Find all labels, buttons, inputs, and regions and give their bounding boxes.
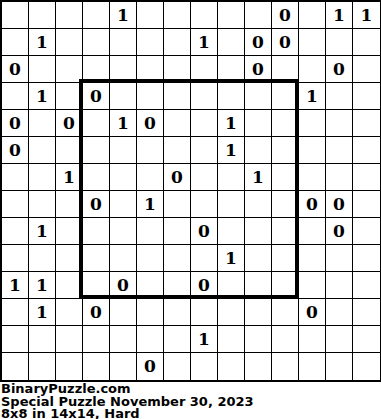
cell-r10-c8[interactable]: [218, 272, 245, 299]
cell-r2-c6[interactable]: [164, 56, 191, 83]
cell-r5-c0: 0: [2, 137, 29, 164]
cell-r12-c3[interactable]: [83, 326, 110, 353]
cell-r7-c10[interactable]: [272, 191, 299, 218]
cell-r8-c1: 1: [29, 218, 56, 245]
cell-r12-c13[interactable]: [353, 326, 380, 353]
cell-r2-c12: 0: [326, 56, 353, 83]
cell-r5-c10[interactable]: [272, 137, 299, 164]
cell-r9-c11[interactable]: [299, 245, 326, 272]
cell-r8-c11[interactable]: [299, 218, 326, 245]
cell-r3-c11: 1: [299, 83, 326, 110]
cell-r11-c12[interactable]: [326, 299, 353, 326]
cell-r11-c2[interactable]: [56, 299, 83, 326]
cell-r10-c4: 0: [110, 272, 137, 299]
cell-r6-c8[interactable]: [218, 164, 245, 191]
cell-r6-c9: 1: [245, 164, 272, 191]
cell-r7-c4[interactable]: [110, 191, 137, 218]
cell-r1-c1: 1: [29, 29, 56, 56]
cell-r2-c3[interactable]: [83, 56, 110, 83]
cell-r0-c4: 1: [110, 2, 137, 29]
cell-r2-c11[interactable]: [299, 56, 326, 83]
cell-r8-c2[interactable]: [56, 218, 83, 245]
cell-r10-c3[interactable]: [83, 272, 110, 299]
cell-r10-c2[interactable]: [56, 272, 83, 299]
cell-r9-c8: 1: [218, 245, 245, 272]
cell-r1-c13[interactable]: [353, 29, 380, 56]
cell-r10-c6[interactable]: [164, 272, 191, 299]
cell-r9-c1[interactable]: [29, 245, 56, 272]
cell-r5-c3[interactable]: [83, 137, 110, 164]
cell-r2-c10[interactable]: [272, 56, 299, 83]
cell-r12-c6[interactable]: [164, 326, 191, 353]
cell-r6-c5[interactable]: [137, 164, 164, 191]
cell-r5-c4[interactable]: [110, 137, 137, 164]
cell-r13-c12[interactable]: [326, 353, 353, 380]
cell-r9-c12[interactable]: [326, 245, 353, 272]
cell-r11-c7[interactable]: [191, 299, 218, 326]
cell-r2-c13[interactable]: [353, 56, 380, 83]
cell-r10-c13[interactable]: [353, 272, 380, 299]
cell-r7-c1[interactable]: [29, 191, 56, 218]
footer: BinaryPuzzle.com Special Puzzle November…: [0, 382, 381, 419]
cell-r0-c13: 1: [353, 2, 380, 29]
cell-r13-c0[interactable]: [2, 353, 29, 380]
cell-r11-c13[interactable]: [353, 299, 380, 326]
cell-r0-c11[interactable]: [299, 2, 326, 29]
cell-r0-c8[interactable]: [218, 2, 245, 29]
cell-r0-c3[interactable]: [83, 2, 110, 29]
cell-r3-c10[interactable]: [272, 83, 299, 110]
cell-r2-c4[interactable]: [110, 56, 137, 83]
cell-r11-c6[interactable]: [164, 299, 191, 326]
cell-r5-c9[interactable]: [245, 137, 272, 164]
cell-r3-c1: 1: [29, 83, 56, 110]
cell-r13-c11[interactable]: [299, 353, 326, 380]
cell-r9-c9[interactable]: [245, 245, 272, 272]
cell-r10-c0: 1: [2, 272, 29, 299]
cell-r0-c2[interactable]: [56, 2, 83, 29]
cell-r5-c2[interactable]: [56, 137, 83, 164]
cell-r8-c3[interactable]: [83, 218, 110, 245]
cell-r9-c7[interactable]: [191, 245, 218, 272]
cell-r4-c5: 0: [137, 110, 164, 137]
cell-r3-c7[interactable]: [191, 83, 218, 110]
cell-r6-c7[interactable]: [191, 164, 218, 191]
cell-r9-c5[interactable]: [137, 245, 164, 272]
cell-r1-c2[interactable]: [56, 29, 83, 56]
cell-r7-c11: 0: [299, 191, 326, 218]
cell-r13-c5: 0: [137, 353, 164, 380]
cell-r5-c6[interactable]: [164, 137, 191, 164]
cell-r7-c3: 0: [83, 191, 110, 218]
cell-r2-c8[interactable]: [218, 56, 245, 83]
cell-r7-c7[interactable]: [191, 191, 218, 218]
cell-r4-c9[interactable]: [245, 110, 272, 137]
cell-r4-c13[interactable]: [353, 110, 380, 137]
cell-r13-c13[interactable]: [353, 353, 380, 380]
cell-r8-c6[interactable]: [164, 218, 191, 245]
cell-r3-c3: 0: [83, 83, 110, 110]
cell-r9-c6[interactable]: [164, 245, 191, 272]
cell-r13-c7[interactable]: [191, 353, 218, 380]
binary-puzzle-page: 1011110000010100101011010100100111001001…: [0, 0, 381, 419]
cell-r4-c2: 0: [56, 110, 83, 137]
cell-r8-c12: 0: [326, 218, 353, 245]
cell-r11-c11: 0: [299, 299, 326, 326]
cell-r5-c12[interactable]: [326, 137, 353, 164]
cell-r10-c9[interactable]: [245, 272, 272, 299]
cell-r11-c4[interactable]: [110, 299, 137, 326]
cell-r12-c10[interactable]: [272, 326, 299, 353]
cell-r3-c0[interactable]: [2, 83, 29, 110]
cell-r8-c5[interactable]: [137, 218, 164, 245]
cell-r11-c8[interactable]: [218, 299, 245, 326]
cell-r2-c1[interactable]: [29, 56, 56, 83]
cell-r11-c3: 0: [83, 299, 110, 326]
cell-r0-c5[interactable]: [137, 2, 164, 29]
cell-r8-c4[interactable]: [110, 218, 137, 245]
cell-r12-c0[interactable]: [2, 326, 29, 353]
board-container: 1011110000010100101011010100100111001001…: [0, 0, 381, 382]
board: 1011110000010100101011010100100111001001…: [0, 0, 381, 382]
cell-r1-c6[interactable]: [164, 29, 191, 56]
cell-r1-c10: 0: [272, 29, 299, 56]
cell-r9-c10[interactable]: [272, 245, 299, 272]
cell-r2-c2[interactable]: [56, 56, 83, 83]
cell-r3-c13[interactable]: [353, 83, 380, 110]
cell-r4-c1[interactable]: [29, 110, 56, 137]
cell-r6-c1[interactable]: [29, 164, 56, 191]
cell-r11-c9[interactable]: [245, 299, 272, 326]
cell-r5-c13[interactable]: [353, 137, 380, 164]
cell-r11-c10[interactable]: [272, 299, 299, 326]
cell-r6-c4[interactable]: [110, 164, 137, 191]
cell-r8-c0[interactable]: [2, 218, 29, 245]
cell-r4-c4: 1: [110, 110, 137, 137]
cell-r6-c10[interactable]: [272, 164, 299, 191]
cell-r13-c6[interactable]: [164, 353, 191, 380]
cell-r10-c11[interactable]: [299, 272, 326, 299]
cell-r5-c1[interactable]: [29, 137, 56, 164]
cell-r11-c1: 1: [29, 299, 56, 326]
cell-r12-c2[interactable]: [56, 326, 83, 353]
cell-r5-c8: 1: [218, 137, 245, 164]
cell-r9-c13[interactable]: [353, 245, 380, 272]
cell-r5-c7[interactable]: [191, 137, 218, 164]
cell-r1-c8[interactable]: [218, 29, 245, 56]
cell-r4-c10[interactable]: [272, 110, 299, 137]
cell-r8-c13[interactable]: [353, 218, 380, 245]
cell-r8-c8[interactable]: [218, 218, 245, 245]
cell-r4-c6[interactable]: [164, 110, 191, 137]
cell-r1-c9: 0: [245, 29, 272, 56]
cell-r3-c8[interactable]: [218, 83, 245, 110]
cell-r3-c9[interactable]: [245, 83, 272, 110]
cell-r9-c4[interactable]: [110, 245, 137, 272]
cell-r2-c7[interactable]: [191, 56, 218, 83]
cell-r13-c3[interactable]: [83, 353, 110, 380]
cell-r2-c9: 0: [245, 56, 272, 83]
cell-r7-c12: 0: [326, 191, 353, 218]
cell-r7-c5: 1: [137, 191, 164, 218]
cell-r8-c10[interactable]: [272, 218, 299, 245]
cell-r4-c11[interactable]: [299, 110, 326, 137]
cell-r7-c8[interactable]: [218, 191, 245, 218]
cell-r7-c0[interactable]: [2, 191, 29, 218]
cell-r13-c9[interactable]: [245, 353, 272, 380]
cell-r8-c7: 0: [191, 218, 218, 245]
cell-r7-c2[interactable]: [56, 191, 83, 218]
cell-r10-c12[interactable]: [326, 272, 353, 299]
cell-r13-c1[interactable]: [29, 353, 56, 380]
cell-r4-c0: 0: [2, 110, 29, 137]
cell-r10-c1: 1: [29, 272, 56, 299]
cell-r6-c3[interactable]: [83, 164, 110, 191]
cell-r13-c4[interactable]: [110, 353, 137, 380]
cell-r2-c5[interactable]: [137, 56, 164, 83]
cell-r2-c0: 0: [2, 56, 29, 83]
cell-r13-c10[interactable]: [272, 353, 299, 380]
cell-r3-c4[interactable]: [110, 83, 137, 110]
cell-r10-c10[interactable]: [272, 272, 299, 299]
cell-r6-c0[interactable]: [2, 164, 29, 191]
cell-r3-c6[interactable]: [164, 83, 191, 110]
cell-r0-c12: 1: [326, 2, 353, 29]
cell-r9-c0[interactable]: [2, 245, 29, 272]
cell-r7-c9[interactable]: [245, 191, 272, 218]
cell-r9-c2[interactable]: [56, 245, 83, 272]
cell-r10-c5[interactable]: [137, 272, 164, 299]
cell-r6-c2: 1: [56, 164, 83, 191]
cell-r1-c7: 1: [191, 29, 218, 56]
cell-r6-c6: 0: [164, 164, 191, 191]
cell-r12-c4[interactable]: [110, 326, 137, 353]
cell-r1-c11[interactable]: [299, 29, 326, 56]
cell-r3-c12[interactable]: [326, 83, 353, 110]
cell-r12-c1[interactable]: [29, 326, 56, 353]
cell-r3-c5[interactable]: [137, 83, 164, 110]
cell-r8-c9[interactable]: [245, 218, 272, 245]
cell-r1-c3[interactable]: [83, 29, 110, 56]
cell-r6-c11[interactable]: [299, 164, 326, 191]
cell-r12-c8[interactable]: [218, 326, 245, 353]
cell-r0-c1[interactable]: [29, 2, 56, 29]
cell-r6-c13[interactable]: [353, 164, 380, 191]
cell-r11-c5[interactable]: [137, 299, 164, 326]
cell-r4-c8: 1: [218, 110, 245, 137]
cell-r11-c0[interactable]: [2, 299, 29, 326]
cell-r9-c3[interactable]: [83, 245, 110, 272]
cell-r0-c9[interactable]: [245, 2, 272, 29]
cell-r3-c2[interactable]: [56, 83, 83, 110]
cell-r4-c12[interactable]: [326, 110, 353, 137]
cell-r4-c7[interactable]: [191, 110, 218, 137]
cell-r6-c12[interactable]: [326, 164, 353, 191]
cell-r1-c12[interactable]: [326, 29, 353, 56]
cell-r1-c5[interactable]: [137, 29, 164, 56]
cell-r0-c6[interactable]: [164, 2, 191, 29]
cell-r5-c11[interactable]: [299, 137, 326, 164]
cell-r1-c4[interactable]: [110, 29, 137, 56]
cell-r12-c7: 1: [191, 326, 218, 353]
cell-r4-c3[interactable]: [83, 110, 110, 137]
cell-r1-c0[interactable]: [2, 29, 29, 56]
puzzle-details: 8x8 in 14x14, Hard: [1, 408, 381, 419]
cell-r0-c10: 0: [272, 2, 299, 29]
cell-r0-c0[interactable]: [2, 2, 29, 29]
cell-r7-c6[interactable]: [164, 191, 191, 218]
cell-r12-c9[interactable]: [245, 326, 272, 353]
cell-r12-c12[interactable]: [326, 326, 353, 353]
cell-r13-c2[interactable]: [56, 353, 83, 380]
cell-r7-c13[interactable]: [353, 191, 380, 218]
cell-r5-c5[interactable]: [137, 137, 164, 164]
cell-r13-c8[interactable]: [218, 353, 245, 380]
cell-r0-c7[interactable]: [191, 2, 218, 29]
cell-r12-c5[interactable]: [137, 326, 164, 353]
cell-r10-c7: 0: [191, 272, 218, 299]
cell-r12-c11[interactable]: [299, 326, 326, 353]
